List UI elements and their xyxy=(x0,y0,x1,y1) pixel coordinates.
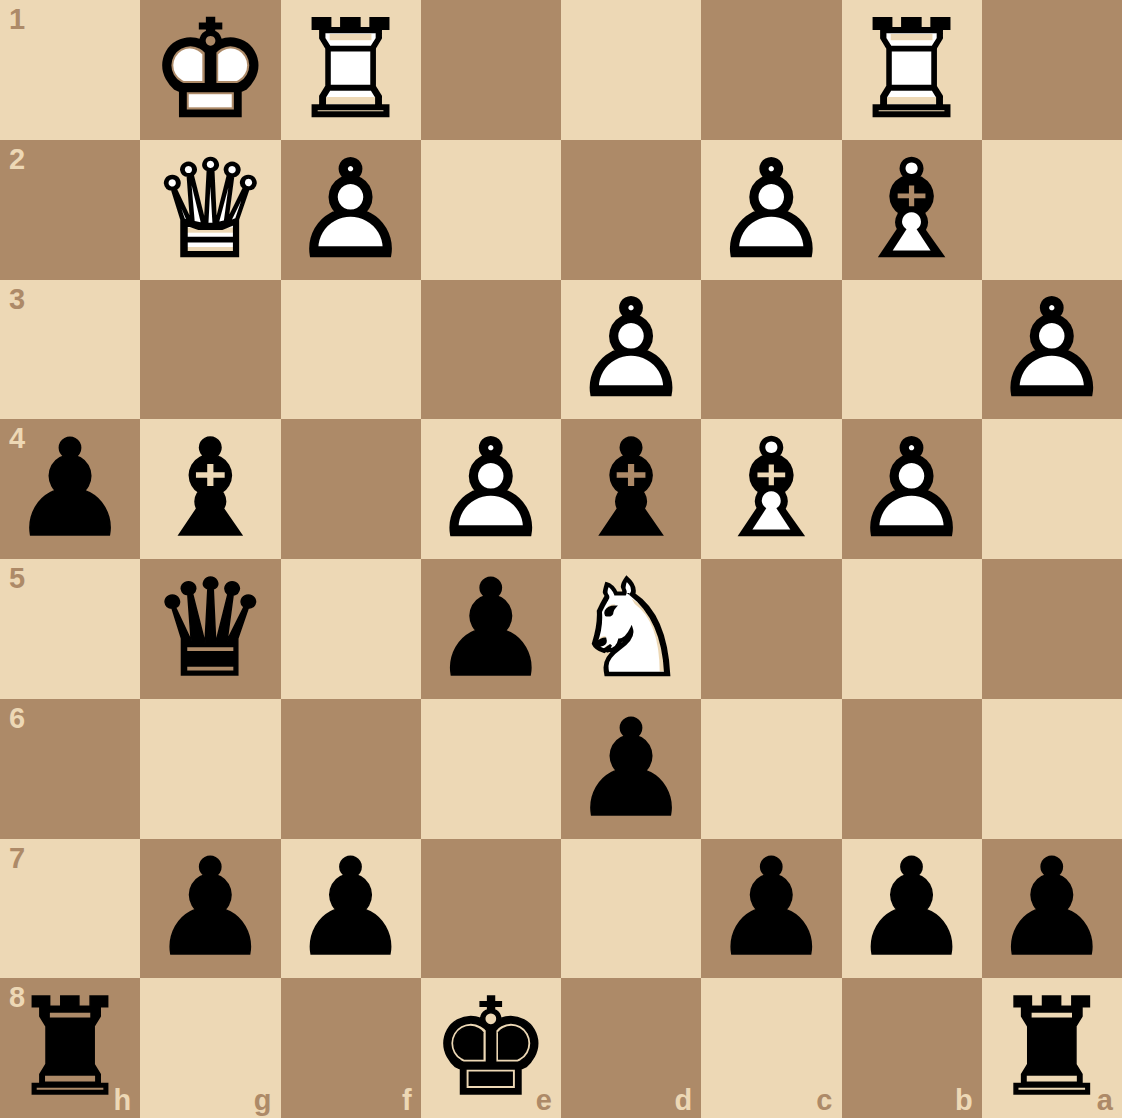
square-g7[interactable]: ♟ xyxy=(140,839,280,979)
square-b8[interactable]: b xyxy=(842,978,982,1118)
black-pawn[interactable]: ♟ xyxy=(701,839,841,979)
black-pawn[interactable]: ♟ xyxy=(842,839,982,979)
square-f6[interactable] xyxy=(281,699,421,839)
rank-label-6: 6 xyxy=(9,704,25,733)
square-f4[interactable] xyxy=(281,419,421,559)
square-h8[interactable]: 8h♜ xyxy=(0,978,140,1118)
square-h4[interactable]: 4♟ xyxy=(0,419,140,559)
rank-label-1: 1 xyxy=(9,5,25,34)
white-rook-outline: ♖ xyxy=(842,0,982,140)
black-bishop[interactable]: ♝ xyxy=(140,419,280,559)
black-pawn-glyph: ♟ xyxy=(842,839,982,979)
rank-label-5: 5 xyxy=(9,564,25,593)
square-b6[interactable] xyxy=(842,699,982,839)
rank-label-2: 2 xyxy=(9,145,25,174)
black-pawn[interactable]: ♟ xyxy=(140,839,280,979)
square-d1[interactable] xyxy=(561,0,701,140)
file-label-c: c xyxy=(816,1086,832,1115)
square-f8[interactable]: f xyxy=(281,978,421,1118)
black-pawn-glyph: ♟ xyxy=(561,699,701,839)
square-b4[interactable]: ♟♙ xyxy=(842,419,982,559)
white-pawn[interactable]: ♟♙ xyxy=(982,280,1122,420)
square-b1[interactable]: ♜♖ xyxy=(842,0,982,140)
file-label-f: f xyxy=(402,1086,412,1115)
square-d2[interactable] xyxy=(561,140,701,280)
black-rook[interactable]: ♜ xyxy=(0,978,140,1118)
square-a7[interactable]: ♟ xyxy=(982,839,1122,979)
black-bishop-glyph: ♝ xyxy=(561,419,701,559)
white-rook[interactable]: ♜♖ xyxy=(842,0,982,140)
square-g5[interactable]: ♛ xyxy=(140,559,280,699)
square-e4[interactable]: ♟♙ xyxy=(421,419,561,559)
square-f7[interactable]: ♟ xyxy=(281,839,421,979)
black-pawn[interactable]: ♟ xyxy=(0,419,140,559)
square-e5[interactable]: ♟ xyxy=(421,559,561,699)
square-f5[interactable] xyxy=(281,559,421,699)
square-e1[interactable] xyxy=(421,0,561,140)
white-pawn-outline: ♙ xyxy=(701,140,841,280)
file-label-d: d xyxy=(675,1086,693,1115)
square-h5[interactable]: 5 xyxy=(0,559,140,699)
square-a2[interactable] xyxy=(982,140,1122,280)
white-bishop[interactable]: ♝♗ xyxy=(701,419,841,559)
black-pawn[interactable]: ♟ xyxy=(982,839,1122,979)
black-pawn-glyph: ♟ xyxy=(701,839,841,979)
black-rook-glyph: ♜ xyxy=(0,978,140,1118)
square-a6[interactable] xyxy=(982,699,1122,839)
white-pawn[interactable]: ♟♙ xyxy=(561,280,701,420)
square-b5[interactable] xyxy=(842,559,982,699)
square-c3[interactable] xyxy=(701,280,841,420)
file-label-b: b xyxy=(955,1086,973,1115)
white-bishop-outline: ♗ xyxy=(701,419,841,559)
square-b7[interactable]: ♟ xyxy=(842,839,982,979)
square-a1[interactable] xyxy=(982,0,1122,140)
square-f1[interactable]: ♜♖ xyxy=(281,0,421,140)
white-rook[interactable]: ♜♖ xyxy=(281,0,421,140)
white-king-outline: ♔ xyxy=(140,0,280,140)
file-label-g: g xyxy=(254,1086,272,1115)
white-pawn-outline: ♙ xyxy=(561,280,701,420)
square-c7[interactable]: ♟ xyxy=(701,839,841,979)
square-f3[interactable] xyxy=(281,280,421,420)
black-bishop[interactable]: ♝ xyxy=(561,419,701,559)
black-pawn-glyph: ♟ xyxy=(281,839,421,979)
square-e3[interactable] xyxy=(421,280,561,420)
square-a4[interactable] xyxy=(982,419,1122,559)
square-g8[interactable]: g xyxy=(140,978,280,1118)
black-bishop-glyph: ♝ xyxy=(140,419,280,559)
black-pawn-glyph: ♟ xyxy=(0,419,140,559)
square-e6[interactable] xyxy=(421,699,561,839)
black-pawn-glyph: ♟ xyxy=(982,839,1122,979)
white-king[interactable]: ♚♔ xyxy=(140,0,280,140)
black-king-glyph: ♚ xyxy=(421,978,561,1118)
rank-label-3: 3 xyxy=(9,285,25,314)
square-e7[interactable] xyxy=(421,839,561,979)
square-a8[interactable]: a♜ xyxy=(982,978,1122,1118)
square-c1[interactable] xyxy=(701,0,841,140)
square-d8[interactable]: d xyxy=(561,978,701,1118)
square-a3[interactable]: ♟♙ xyxy=(982,280,1122,420)
white-knight-outline: ♘ xyxy=(561,559,701,699)
white-pawn[interactable]: ♟♙ xyxy=(421,419,561,559)
rank-label-7: 7 xyxy=(9,844,25,873)
square-a5[interactable] xyxy=(982,559,1122,699)
square-g6[interactable] xyxy=(140,699,280,839)
white-bishop-outline: ♗ xyxy=(842,140,982,280)
white-pawn-outline: ♙ xyxy=(842,419,982,559)
square-c4[interactable]: ♝♗ xyxy=(701,419,841,559)
square-e2[interactable] xyxy=(421,140,561,280)
square-b3[interactable] xyxy=(842,280,982,420)
white-pawn[interactable]: ♟♙ xyxy=(842,419,982,559)
square-h1[interactable]: 1 xyxy=(0,0,140,140)
square-d5[interactable]: ♞♘ xyxy=(561,559,701,699)
square-c2[interactable]: ♟♙ xyxy=(701,140,841,280)
white-pawn[interactable]: ♟♙ xyxy=(701,140,841,280)
white-rook-outline: ♖ xyxy=(281,0,421,140)
square-c5[interactable] xyxy=(701,559,841,699)
white-pawn-outline: ♙ xyxy=(982,280,1122,420)
black-queen-glyph: ♛ xyxy=(140,559,280,699)
square-d4[interactable]: ♝ xyxy=(561,419,701,559)
square-c8[interactable]: c xyxy=(701,978,841,1118)
square-h2[interactable]: 2 xyxy=(0,140,140,280)
square-d6[interactable]: ♟ xyxy=(561,699,701,839)
square-g2[interactable]: ♛♕ xyxy=(140,140,280,280)
chess-board: 1♚♔♜♖♜♖2♛♕♟♙♟♙♝♗3♟♙♟♙4♟♝♟♙♝♝♗♟♙5♛♟♞♘6♟7♟… xyxy=(0,0,1122,1118)
square-g4[interactable]: ♝ xyxy=(140,419,280,559)
black-pawn[interactable]: ♟ xyxy=(281,839,421,979)
square-d3[interactable]: ♟♙ xyxy=(561,280,701,420)
black-pawn[interactable]: ♟ xyxy=(421,559,561,699)
white-knight[interactable]: ♞♘ xyxy=(561,559,701,699)
black-rook[interactable]: ♜ xyxy=(982,978,1122,1118)
black-rook-glyph: ♜ xyxy=(982,978,1122,1118)
white-pawn-outline: ♙ xyxy=(281,140,421,280)
square-b2[interactable]: ♝♗ xyxy=(842,140,982,280)
white-bishop[interactable]: ♝♗ xyxy=(842,140,982,280)
square-h6[interactable]: 6 xyxy=(0,699,140,839)
square-g1[interactable]: ♚♔ xyxy=(140,0,280,140)
black-pawn-glyph: ♟ xyxy=(421,559,561,699)
black-queen[interactable]: ♛ xyxy=(140,559,280,699)
black-king[interactable]: ♚ xyxy=(421,978,561,1118)
square-h7[interactable]: 7 xyxy=(0,839,140,979)
white-queen[interactable]: ♛♕ xyxy=(140,140,280,280)
square-g3[interactable] xyxy=(140,280,280,420)
square-c6[interactable] xyxy=(701,699,841,839)
square-f2[interactable]: ♟♙ xyxy=(281,140,421,280)
black-pawn-glyph: ♟ xyxy=(140,839,280,979)
white-pawn-outline: ♙ xyxy=(421,419,561,559)
square-e8[interactable]: e♚ xyxy=(421,978,561,1118)
square-h3[interactable]: 3 xyxy=(0,280,140,420)
white-pawn[interactable]: ♟♙ xyxy=(281,140,421,280)
square-d7[interactable] xyxy=(561,839,701,979)
black-pawn[interactable]: ♟ xyxy=(561,699,701,839)
white-queen-outline: ♕ xyxy=(140,140,280,280)
